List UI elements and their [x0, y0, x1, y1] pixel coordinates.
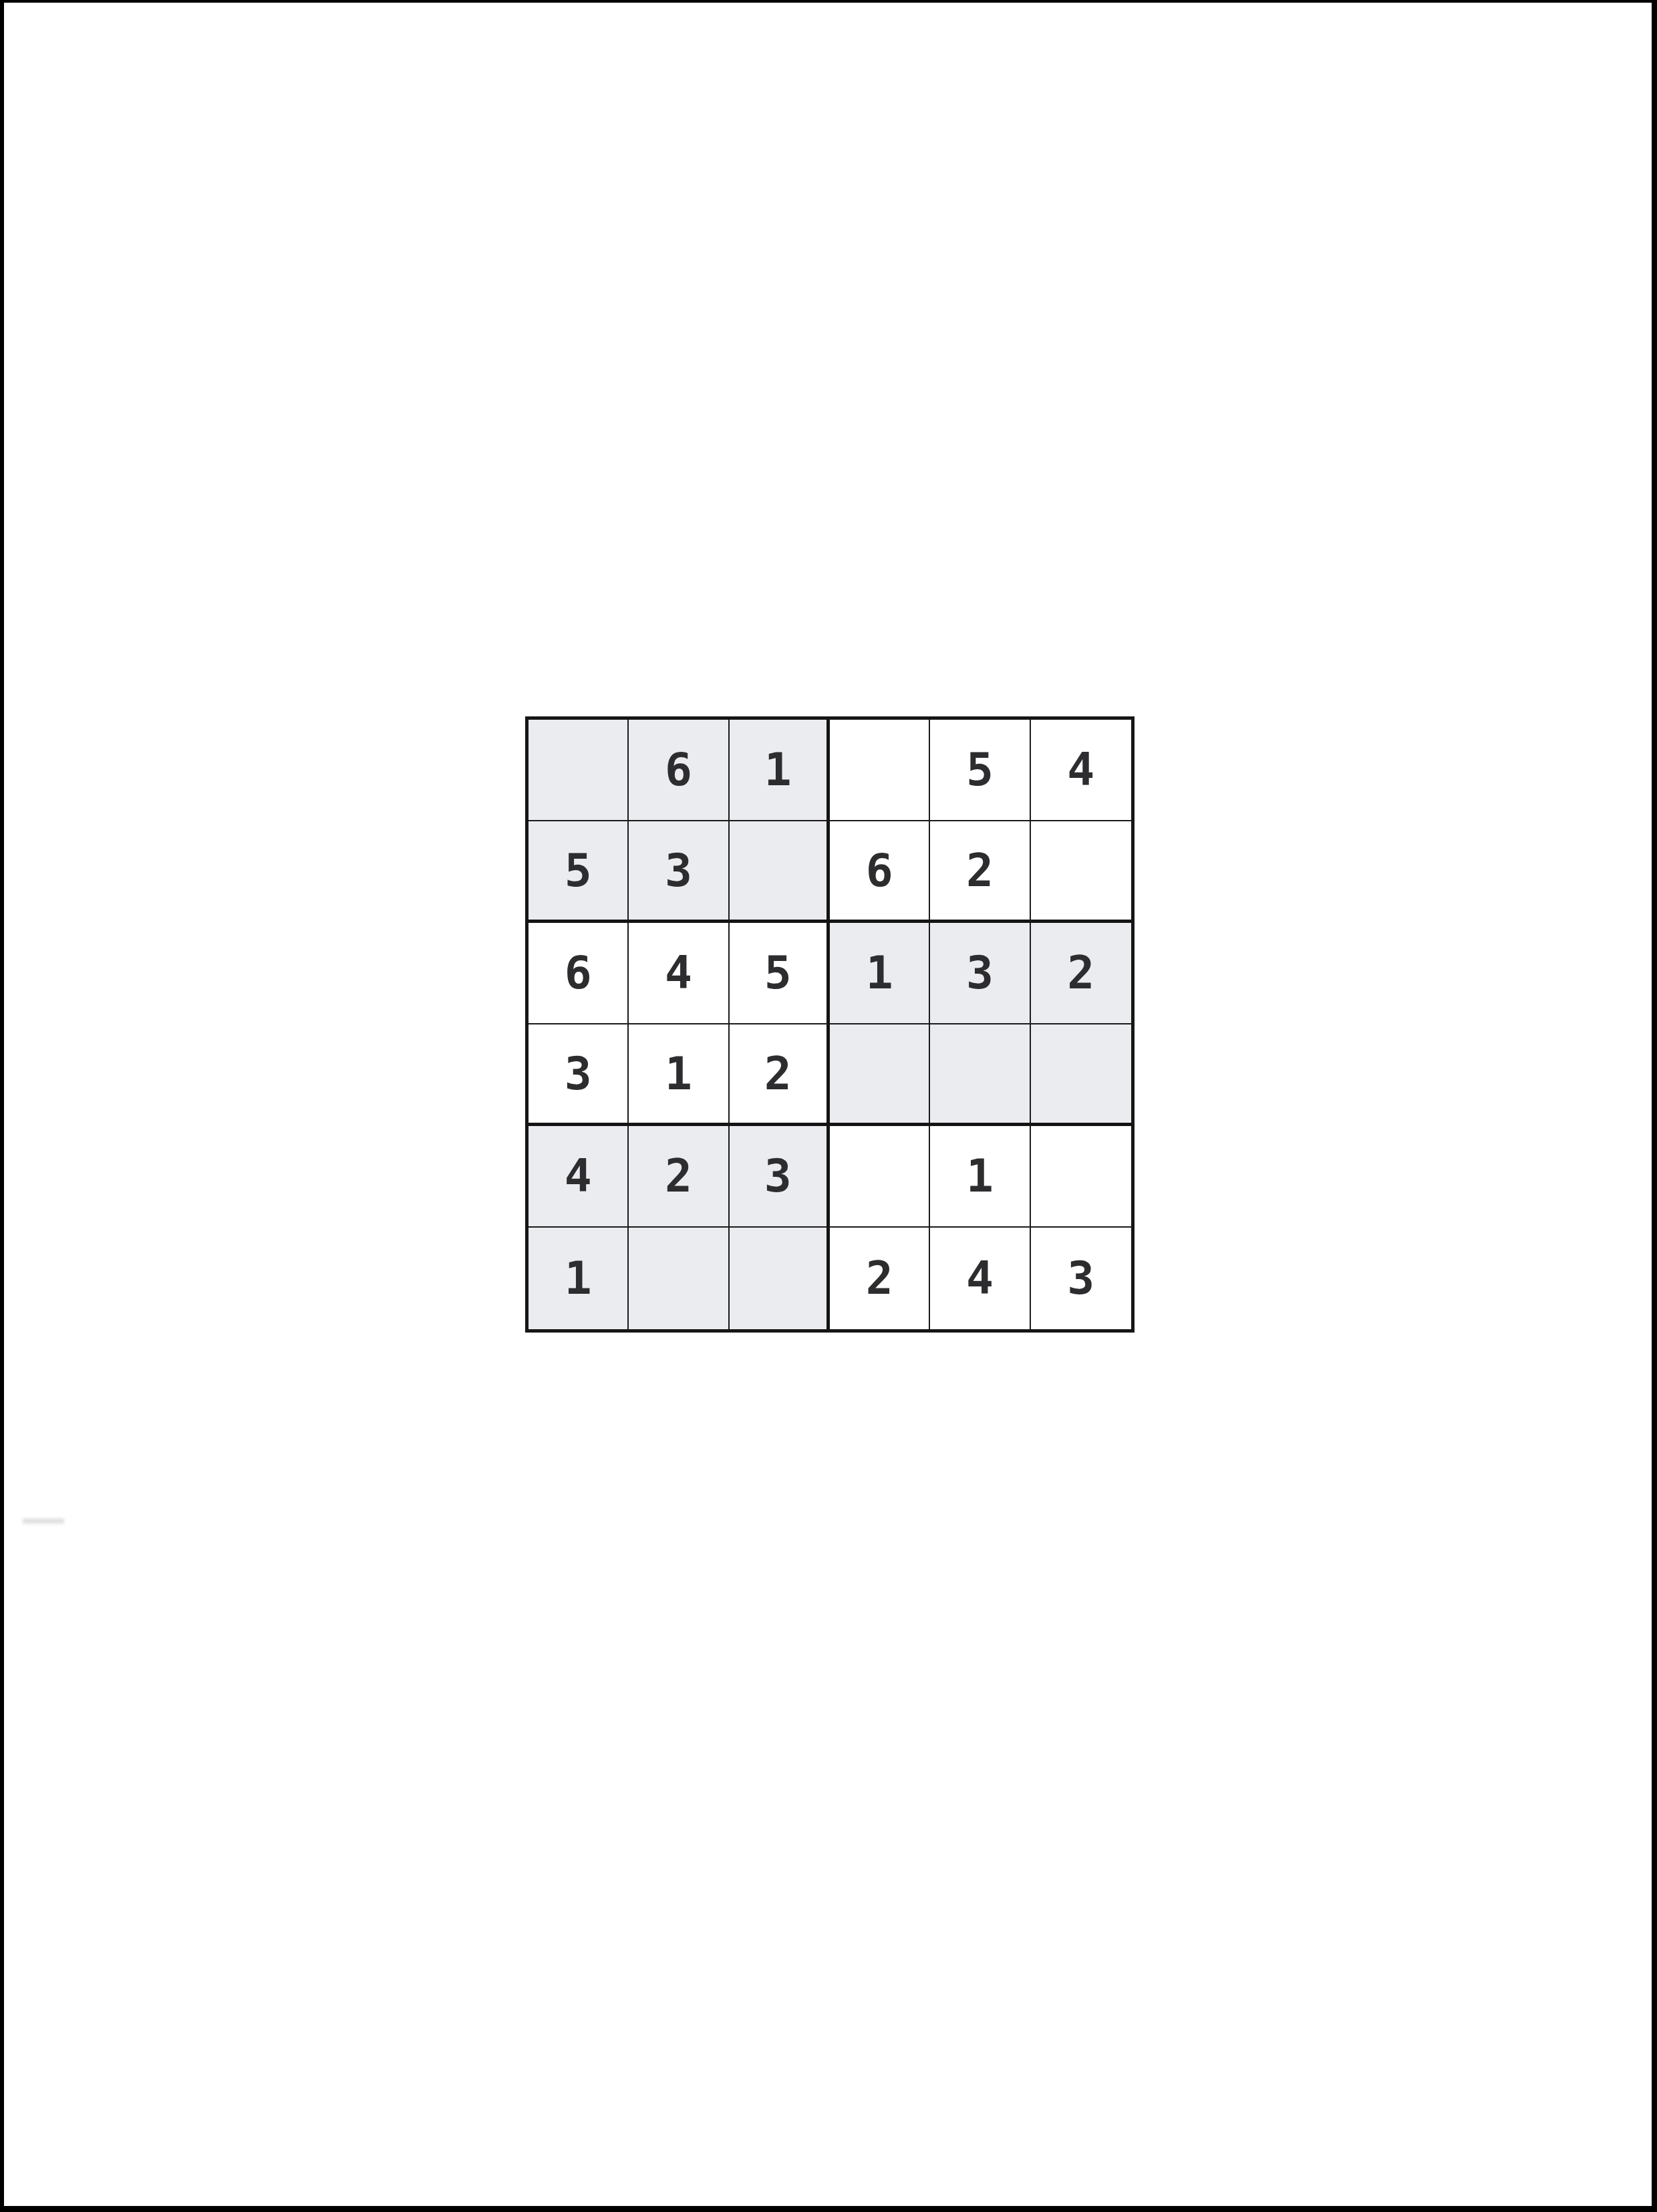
cell-r1c5[interactable]: 5 — [930, 720, 1030, 821]
cell-r1c2[interactable]: 6 — [629, 720, 729, 821]
cell-r2c4[interactable]: 6 — [830, 821, 930, 923]
cell-r5c4[interactable] — [830, 1126, 930, 1228]
cell-r3c3[interactable]: 5 — [730, 923, 830, 1024]
cell-r3c1[interactable]: 6 — [529, 923, 629, 1024]
cell-r3c4[interactable]: 1 — [830, 923, 930, 1024]
cell-r2c3[interactable] — [730, 821, 830, 923]
cell-r5c1[interactable]: 4 — [529, 1126, 629, 1228]
cell-r1c6[interactable]: 4 — [1031, 720, 1131, 821]
cell-r4c5[interactable] — [930, 1024, 1030, 1126]
cell-r4c2[interactable]: 1 — [629, 1024, 729, 1126]
cell-r6c5[interactable]: 4 — [930, 1228, 1030, 1329]
cell-r2c5[interactable]: 2 — [930, 821, 1030, 923]
cell-r1c3[interactable]: 1 — [730, 720, 830, 821]
cell-r2c1[interactable]: 5 — [529, 821, 629, 923]
cell-r6c2[interactable] — [629, 1228, 729, 1329]
cell-r3c6[interactable]: 2 — [1031, 923, 1131, 1024]
cell-r3c5[interactable]: 3 — [930, 923, 1030, 1024]
cell-r5c3[interactable]: 3 — [730, 1126, 830, 1228]
cell-r1c1[interactable] — [529, 720, 629, 821]
sudoku-grid: 6 1 5 4 5 3 6 2 6 4 5 1 3 2 3 1 2 4 2 3 … — [525, 716, 1135, 1333]
cell-r4c3[interactable]: 2 — [730, 1024, 830, 1126]
cell-r4c6[interactable] — [1031, 1024, 1131, 1126]
cell-r4c4[interactable] — [830, 1024, 930, 1126]
cell-r3c2[interactable]: 4 — [629, 923, 729, 1024]
cell-r2c6[interactable] — [1031, 821, 1131, 923]
cell-r5c2[interactable]: 2 — [629, 1126, 729, 1228]
cell-r5c5[interactable]: 1 — [930, 1126, 1030, 1228]
cell-r6c4[interactable]: 2 — [830, 1228, 930, 1329]
cell-r4c1[interactable]: 3 — [529, 1024, 629, 1126]
scan-smudge-artifact — [23, 1518, 64, 1524]
cell-r5c6[interactable] — [1031, 1126, 1131, 1228]
scanned-page: 6 1 5 4 5 3 6 2 6 4 5 1 3 2 3 1 2 4 2 3 … — [0, 0, 1657, 2212]
cell-r6c6[interactable]: 3 — [1031, 1228, 1131, 1329]
cell-r6c3[interactable] — [730, 1228, 830, 1329]
cell-r6c1[interactable]: 1 — [529, 1228, 629, 1329]
cell-r2c2[interactable]: 3 — [629, 821, 729, 923]
cell-r1c4[interactable] — [830, 720, 930, 821]
